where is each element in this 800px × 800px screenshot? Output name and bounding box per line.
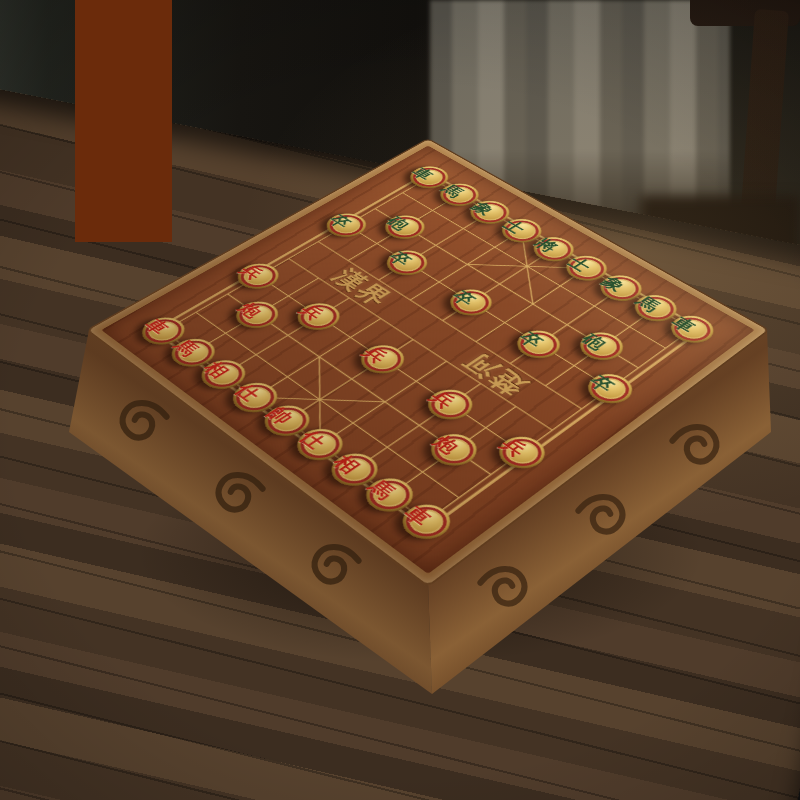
scroll-carving-icon — [201, 456, 273, 528]
scroll-carving-icon — [105, 384, 177, 456]
piece-character: 車 — [408, 165, 438, 183]
scroll-carving-icon — [568, 478, 640, 550]
piece-character: 車 — [140, 316, 174, 338]
brown-swatch-overlay — [75, 0, 172, 242]
product-photo-scene: 漢界 楚河 車馬象士將士象馬車砲砲卒卒卒卒卒兵兵兵兵兵炮炮車馬相仕帥仕相馬車 — [0, 0, 800, 800]
piece-character: 兵 — [236, 262, 269, 282]
piece-character: 卒 — [325, 212, 357, 231]
scroll-carving-icon — [470, 550, 542, 622]
scroll-carving-icon — [297, 528, 369, 600]
